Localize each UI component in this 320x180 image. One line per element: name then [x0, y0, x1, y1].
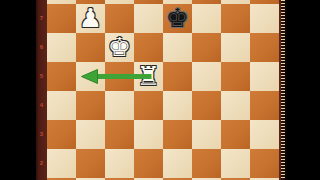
square-c5[interactable]	[105, 62, 134, 91]
square-a1[interactable]	[47, 178, 76, 180]
rank-label: 6	[36, 44, 47, 50]
square-g3[interactable]	[221, 120, 250, 149]
piece-black-king[interactable]: ♚	[166, 4, 189, 33]
square-g1[interactable]	[221, 178, 250, 180]
square-e3[interactable]	[163, 120, 192, 149]
square-e6[interactable]	[163, 33, 192, 62]
square-b5[interactable]	[76, 62, 105, 91]
square-b4[interactable]	[76, 91, 105, 120]
square-h6[interactable]	[250, 33, 279, 62]
square-b6[interactable]	[76, 33, 105, 62]
piece-white-pawn[interactable]: ♟	[79, 4, 102, 33]
square-g6[interactable]	[221, 33, 250, 62]
square-h3[interactable]	[250, 120, 279, 149]
piece-white-king[interactable]: ♚	[108, 33, 131, 62]
rank-label: 4	[36, 102, 47, 108]
square-f3[interactable]	[192, 120, 221, 149]
square-d7[interactable]	[134, 4, 163, 33]
square-d2[interactable]	[134, 149, 163, 178]
square-d6[interactable]	[134, 33, 163, 62]
square-g4[interactable]	[221, 91, 250, 120]
square-d1[interactable]	[134, 178, 163, 180]
square-a7[interactable]	[47, 4, 76, 33]
rank-label: 2	[36, 160, 47, 166]
square-c4[interactable]	[105, 91, 134, 120]
square-c7[interactable]	[105, 4, 134, 33]
square-g5[interactable]	[221, 62, 250, 91]
square-c6[interactable]: ♚	[105, 33, 134, 62]
square-c3[interactable]	[105, 120, 134, 149]
square-e5[interactable]	[163, 62, 192, 91]
square-h5[interactable]	[250, 62, 279, 91]
square-f7[interactable]	[192, 4, 221, 33]
square-h4[interactable]	[250, 91, 279, 120]
square-f2[interactable]	[192, 149, 221, 178]
chess-board: ♟♚♚♜ 7 6 5 4 3 2	[0, 0, 320, 180]
square-c2[interactable]	[105, 149, 134, 178]
square-e2[interactable]	[163, 149, 192, 178]
square-b7[interactable]: ♟	[76, 4, 105, 33]
square-b2[interactable]	[76, 149, 105, 178]
square-e4[interactable]	[163, 91, 192, 120]
board-squares: ♟♚♚♜	[47, 0, 279, 180]
square-d3[interactable]	[134, 120, 163, 149]
square-c1[interactable]	[105, 178, 134, 180]
square-g7[interactable]	[221, 4, 250, 33]
square-d4[interactable]	[134, 91, 163, 120]
square-f1[interactable]	[192, 178, 221, 180]
rank-label: 3	[36, 131, 47, 137]
square-d5[interactable]: ♜	[134, 62, 163, 91]
board-right-border	[279, 0, 287, 180]
square-h1[interactable]	[250, 178, 279, 180]
piece-white-rook[interactable]: ♜	[137, 62, 160, 91]
square-a4[interactable]	[47, 91, 76, 120]
board-left-border: 7 6 5 4 3 2	[36, 0, 47, 180]
square-e7[interactable]: ♚	[163, 4, 192, 33]
square-f4[interactable]	[192, 91, 221, 120]
square-f6[interactable]	[192, 33, 221, 62]
rank-label: 5	[36, 73, 47, 79]
rank-label: 7	[36, 15, 47, 21]
square-g2[interactable]	[221, 149, 250, 178]
square-b3[interactable]	[76, 120, 105, 149]
square-e1[interactable]	[163, 178, 192, 180]
video-frame: ♟♚♚♜ 7 6 5 4 3 2	[0, 0, 320, 180]
square-h7[interactable]	[250, 4, 279, 33]
square-h2[interactable]	[250, 149, 279, 178]
square-b1[interactable]	[76, 178, 105, 180]
square-a5[interactable]	[47, 62, 76, 91]
square-a3[interactable]	[47, 120, 76, 149]
square-a6[interactable]	[47, 33, 76, 62]
square-a2[interactable]	[47, 149, 76, 178]
square-f5[interactable]	[192, 62, 221, 91]
